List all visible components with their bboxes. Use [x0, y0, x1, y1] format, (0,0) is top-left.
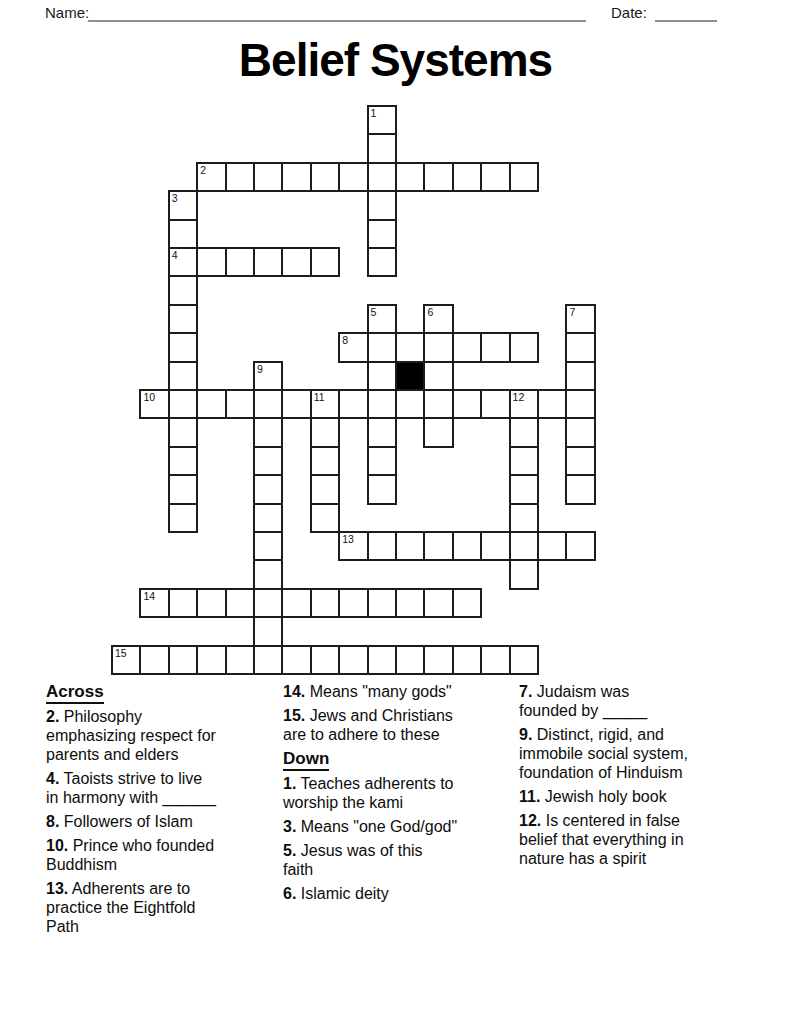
grid-cell[interactable]: [338, 162, 368, 192]
cell-number: 12: [513, 391, 525, 403]
grid-cell[interactable]: [509, 474, 539, 504]
grid-cell[interactable]: [367, 361, 397, 391]
grid-cell[interactable]: [168, 275, 198, 305]
grid-cell[interactable]: [423, 645, 453, 675]
clues-across-header: Across: [46, 682, 281, 701]
grid-cell[interactable]: [281, 588, 311, 618]
clue-across-10: 10. Prince who foundedBuddhism: [46, 836, 281, 874]
name-blank-line[interactable]: [88, 5, 586, 22]
grid-cell[interactable]: [367, 162, 397, 192]
grid-cell[interactable]: [253, 531, 283, 561]
grid-cell[interactable]: [253, 389, 283, 419]
grid-cell[interactable]: [338, 389, 368, 419]
clue-text-line: 10. Prince who founded: [46, 836, 281, 855]
grid-cell[interactable]: [565, 389, 595, 419]
clue-text-line: 14. Means "many gods": [283, 682, 518, 701]
grid-cell[interactable]: [452, 332, 482, 362]
clue-text-line: in harmony with ______: [46, 788, 281, 807]
grid-cell[interactable]: [565, 474, 595, 504]
clue-text-line: nature has a spirit: [519, 849, 754, 868]
grid-cell[interactable]: [423, 162, 453, 192]
grid-cell[interactable]: [480, 645, 510, 675]
grid-cell[interactable]: [509, 559, 539, 589]
grid-cell[interactable]: [565, 361, 595, 391]
clue-text-line: 8. Followers of Islam: [46, 812, 281, 831]
grid-cell[interactable]: 9: [253, 361, 283, 391]
grid-cell[interactable]: [281, 162, 311, 192]
cell-number: 15: [115, 647, 127, 659]
clue-text-line: worship the kami: [283, 793, 518, 812]
date-label: Date:: [611, 4, 647, 21]
clue-down-6: 6. Islamic deity: [283, 884, 518, 903]
grid-cell[interactable]: [168, 588, 198, 618]
grid-cell[interactable]: [168, 446, 198, 476]
clue-text-line: 1. Teaches adherents to: [283, 774, 518, 793]
grid-cell[interactable]: [196, 389, 226, 419]
clue-text-line: 11. Jewish holy book: [519, 787, 754, 806]
clue-down-1: 1. Teaches adherents toworship the kami: [283, 774, 518, 812]
clue-text-line: 6. Islamic deity: [283, 884, 518, 903]
clue-text-line: 3. Means "one God/god": [283, 817, 518, 836]
grid-cell[interactable]: [310, 588, 340, 618]
grid-cell[interactable]: 8: [338, 332, 368, 362]
grid-cell[interactable]: [395, 531, 425, 561]
grid-cell[interactable]: [253, 616, 283, 646]
grid-cell[interactable]: [423, 332, 453, 362]
clue-down-5: 5. Jesus was of thisfaith: [283, 841, 518, 879]
grid-cell[interactable]: [565, 446, 595, 476]
clue-text-line: 9. Distinct, rigid, and: [519, 725, 754, 744]
clue-across-2: 2. Philosophyemphasizing respect forpare…: [46, 707, 281, 764]
grid-cell[interactable]: [139, 645, 169, 675]
cell-number: 7: [569, 306, 575, 318]
clue-text-line: 15. Jews and Christians: [283, 706, 518, 725]
grid-cell[interactable]: [367, 474, 397, 504]
grid-cell[interactable]: [310, 474, 340, 504]
clue-text-line: Buddhism: [46, 855, 281, 874]
clue-across-13: 13. Adherents are topractice the Eightfo…: [46, 879, 281, 936]
grid-cell[interactable]: [509, 645, 539, 675]
grid-cell[interactable]: [253, 474, 283, 504]
grid-cell[interactable]: 4: [168, 247, 198, 277]
clue-text-line: faith: [283, 860, 518, 879]
grid-cell[interactable]: 14: [139, 588, 169, 618]
grid-cell[interactable]: [452, 588, 482, 618]
grid-cell[interactable]: [480, 531, 510, 561]
grid-cell[interactable]: [168, 503, 198, 533]
clue-text-line: founded by _____: [519, 701, 754, 720]
grid-cell[interactable]: [225, 389, 255, 419]
grid-cell[interactable]: [225, 645, 255, 675]
grid-cell[interactable]: [509, 446, 539, 476]
grid-cell[interactable]: [338, 588, 368, 618]
grid-cell[interactable]: [367, 588, 397, 618]
grid-cell[interactable]: [480, 162, 510, 192]
clue-column-2: 14. Means "many gods"15. Jews and Christ…: [283, 682, 518, 908]
clue-text-line: 2. Philosophy: [46, 707, 281, 726]
clue-text-line: foundation of Hinduism: [519, 763, 754, 782]
grid-cell[interactable]: [196, 645, 226, 675]
grid-cell[interactable]: [168, 332, 198, 362]
grid-cell[interactable]: [281, 645, 311, 675]
grid-cell[interactable]: [253, 417, 283, 447]
clue-text-line: 4. Taoists strive to live: [46, 769, 281, 788]
grid-cell[interactable]: [452, 162, 482, 192]
clue-text-line: 5. Jesus was of this: [283, 841, 518, 860]
grid-cell[interactable]: [168, 474, 198, 504]
grid-cell[interactable]: [565, 417, 595, 447]
clue-column-1: Across2. Philosophyemphasizing respect f…: [46, 682, 281, 941]
grid-cell[interactable]: [509, 332, 539, 362]
cell-number: 9: [257, 363, 263, 375]
grid-cell[interactable]: [565, 531, 595, 561]
clue-down-7: 7. Judaism wasfounded by _____: [519, 682, 754, 720]
clue-column-3: 7. Judaism wasfounded by _____9. Distinc…: [519, 682, 754, 873]
grid-cell[interactable]: [423, 361, 453, 391]
cell-number: 2: [200, 164, 206, 176]
grid-cell[interactable]: 1: [367, 105, 397, 135]
name-label: Name:: [45, 4, 89, 21]
grid-cell[interactable]: [367, 531, 397, 561]
grid-cell[interactable]: [452, 645, 482, 675]
date-blank-line[interactable]: [655, 5, 717, 22]
grid-cell[interactable]: [423, 389, 453, 419]
worksheet-page: Name: Date: Belief Systems 1234567891011…: [0, 0, 791, 1024]
grid-cell[interactable]: [367, 645, 397, 675]
grid-cell[interactable]: [452, 389, 482, 419]
grid-cell[interactable]: [253, 559, 283, 589]
cell-number: 6: [427, 306, 433, 318]
clue-text-line: 12. Is centered in false: [519, 811, 754, 830]
cell-number: 3: [172, 192, 178, 204]
grid-cell[interactable]: [423, 417, 453, 447]
cell-number: 8: [342, 334, 348, 346]
cell-number: 1: [371, 107, 377, 119]
grid-cell[interactable]: [565, 332, 595, 362]
grid-cell[interactable]: [367, 190, 397, 220]
grid-cell[interactable]: [310, 247, 340, 277]
clue-text-line: parents and elders: [46, 745, 281, 764]
grid-cell[interactable]: [253, 247, 283, 277]
grid-cell[interactable]: [196, 588, 226, 618]
clue-text-line: practice the Eightfold: [46, 898, 281, 917]
grid-cell[interactable]: [310, 417, 340, 447]
clue-text-line: 7. Judaism was: [519, 682, 754, 701]
clue-text-line: Path: [46, 917, 281, 936]
grid-cell[interactable]: [537, 389, 567, 419]
grid-cell[interactable]: [452, 531, 482, 561]
grid-cell[interactable]: [168, 645, 198, 675]
clue-across-15: 15. Jews and Christiansare to adhere to …: [283, 706, 518, 744]
grid-cell[interactable]: [225, 588, 255, 618]
grid-cell[interactable]: [310, 645, 340, 675]
grid-cell[interactable]: [253, 446, 283, 476]
grid-cell[interactable]: [509, 417, 539, 447]
grid-cell[interactable]: [253, 503, 283, 533]
grid-cell[interactable]: 12: [509, 389, 539, 419]
clue-text-line: are to adhere to these: [283, 725, 518, 744]
grid-cell[interactable]: [509, 531, 539, 561]
clues-down-header: Down: [283, 749, 518, 768]
grid-cell[interactable]: 2: [196, 162, 226, 192]
clue-across-8: 8. Followers of Islam: [46, 812, 281, 831]
clue-down-11: 11. Jewish holy book: [519, 787, 754, 806]
grid-cell[interactable]: [509, 162, 539, 192]
grid-cell[interactable]: [423, 531, 453, 561]
grid-cell[interactable]: [196, 247, 226, 277]
clue-across-14: 14. Means "many gods": [283, 682, 518, 701]
grid-cell[interactable]: [367, 389, 397, 419]
grid-cell[interactable]: 10: [139, 389, 169, 419]
grid-cell[interactable]: [310, 162, 340, 192]
grid-cell[interactable]: 15: [111, 645, 141, 675]
grid-cell[interactable]: 6: [423, 304, 453, 334]
grid-cell[interactable]: [537, 531, 567, 561]
grid-cell[interactable]: [168, 417, 198, 447]
clue-down-12: 12. Is centered in falsebelief that ever…: [519, 811, 754, 868]
grid-cell[interactable]: [480, 332, 510, 362]
grid-cell[interactable]: [168, 219, 198, 249]
grid-cell[interactable]: [395, 389, 425, 419]
clue-text-line: belief that everything in: [519, 830, 754, 849]
grid-cell[interactable]: [509, 503, 539, 533]
grid-cell[interactable]: [253, 645, 283, 675]
grid-cell[interactable]: [367, 332, 397, 362]
grid-cell[interactable]: [253, 162, 283, 192]
grid-cell[interactable]: 11: [310, 389, 340, 419]
grid-cell[interactable]: [480, 389, 510, 419]
clue-text-line: emphasizing respect for: [46, 726, 281, 745]
grid-cell[interactable]: [395, 332, 425, 362]
grid-cell[interactable]: [225, 162, 255, 192]
grid-cell[interactable]: [367, 417, 397, 447]
cell-number: 11: [314, 391, 325, 403]
grid-cell[interactable]: [395, 162, 425, 192]
grid-cell[interactable]: [367, 247, 397, 277]
cell-number: 10: [143, 391, 155, 403]
grid-cell[interactable]: [423, 588, 453, 618]
grid-cell[interactable]: [253, 588, 283, 618]
grid-cell-black: [395, 361, 425, 391]
cell-number: 4: [172, 249, 178, 261]
grid-cell[interactable]: [338, 645, 368, 675]
grid-cell[interactable]: 3: [168, 190, 198, 220]
grid-cell[interactable]: [281, 247, 311, 277]
grid-cell[interactable]: [168, 304, 198, 334]
grid-cell[interactable]: 13: [338, 531, 368, 561]
cell-number: 14: [143, 590, 155, 602]
grid-cell[interactable]: [367, 446, 397, 476]
puzzle-title: Belief Systems: [0, 33, 791, 87]
grid-cell[interactable]: [310, 503, 340, 533]
grid-cell[interactable]: [395, 588, 425, 618]
grid-cell[interactable]: [310, 446, 340, 476]
clue-across-4: 4. Taoists strive to livein harmony with…: [46, 769, 281, 807]
grid-cell[interactable]: 7: [565, 304, 595, 334]
cell-number: 5: [371, 306, 377, 318]
grid-cell[interactable]: [395, 645, 425, 675]
grid-cell[interactable]: [168, 361, 198, 391]
clue-down-3: 3. Means "one God/god": [283, 817, 518, 836]
clue-text-line: 13. Adherents are to: [46, 879, 281, 898]
grid-cell[interactable]: 5: [367, 304, 397, 334]
grid-cell[interactable]: [168, 389, 198, 419]
grid-cell[interactable]: [367, 219, 397, 249]
clue-down-9: 9. Distinct, rigid, andimmobile social s…: [519, 725, 754, 782]
grid-cell[interactable]: [225, 247, 255, 277]
grid-cell[interactable]: [281, 389, 311, 419]
clue-text-line: immobile social system,: [519, 744, 754, 763]
cell-number: 13: [342, 533, 354, 545]
grid-cell[interactable]: [367, 133, 397, 163]
